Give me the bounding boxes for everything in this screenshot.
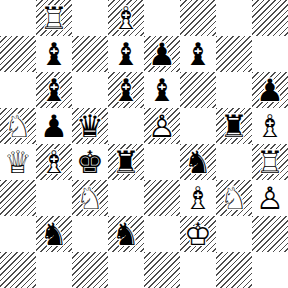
square-d8[interactable]: ♝♗ <box>108 0 144 36</box>
black-rook-icon: ♜♜ <box>108 144 144 180</box>
black-knight-icon: ♞♞ <box>180 144 216 180</box>
square-d1[interactable] <box>108 252 144 288</box>
square-a8[interactable] <box>0 0 36 36</box>
square-c1[interactable] <box>72 252 108 288</box>
white-bishop-icon: ♝♗ <box>252 108 288 144</box>
square-g2[interactable] <box>216 216 252 252</box>
black-bishop-icon: ♝♝ <box>36 72 72 108</box>
square-c4[interactable]: ♚♚ <box>72 144 108 180</box>
square-g8[interactable] <box>216 0 252 36</box>
square-b2[interactable]: ♞♞ <box>36 216 72 252</box>
black-pawn-icon: ♟♟ <box>36 108 72 144</box>
square-a2[interactable] <box>0 216 36 252</box>
square-g1[interactable] <box>216 252 252 288</box>
square-e7[interactable]: ♟♟ <box>144 36 180 72</box>
square-f3[interactable]: ♝♗ <box>180 180 216 216</box>
square-a1[interactable] <box>0 252 36 288</box>
square-b3[interactable] <box>36 180 72 216</box>
white-knight-icon: ♞♘ <box>216 180 252 216</box>
black-bishop-icon: ♝♝ <box>36 36 72 72</box>
square-c8[interactable] <box>72 0 108 36</box>
white-knight-icon: ♞♘ <box>0 108 36 144</box>
square-g3[interactable]: ♞♘ <box>216 180 252 216</box>
square-b4[interactable]: ♝♗ <box>36 144 72 180</box>
square-b1[interactable] <box>36 252 72 288</box>
square-b5[interactable]: ♟♟ <box>36 108 72 144</box>
black-bishop-icon: ♝♝ <box>144 72 180 108</box>
square-h3[interactable]: ♟♙ <box>252 180 288 216</box>
white-bishop-icon: ♝♗ <box>36 144 72 180</box>
square-b8[interactable]: ♜♖ <box>36 0 72 36</box>
black-pawn-icon: ♟♟ <box>144 36 180 72</box>
square-a7[interactable] <box>0 36 36 72</box>
black-bishop-icon: ♝♝ <box>108 72 144 108</box>
square-d2[interactable]: ♞♞ <box>108 216 144 252</box>
black-pawn-icon: ♟♟ <box>252 72 288 108</box>
black-bishop-icon: ♝♝ <box>180 36 216 72</box>
square-b7[interactable]: ♝♝ <box>36 36 72 72</box>
square-d4[interactable]: ♜♜ <box>108 144 144 180</box>
square-a3[interactable] <box>0 180 36 216</box>
black-rook-icon: ♜♜ <box>216 108 252 144</box>
square-e3[interactable] <box>144 180 180 216</box>
square-e5[interactable]: ♟♙ <box>144 108 180 144</box>
black-knight-icon: ♞♞ <box>36 216 72 252</box>
square-e1[interactable] <box>144 252 180 288</box>
square-f8[interactable] <box>180 0 216 36</box>
square-e2[interactable] <box>144 216 180 252</box>
square-a4[interactable]: ♛♕ <box>0 144 36 180</box>
white-bishop-icon: ♝♗ <box>108 0 144 36</box>
square-g7[interactable] <box>216 36 252 72</box>
white-bishop-icon: ♝♗ <box>180 180 216 216</box>
square-a5[interactable]: ♞♘ <box>0 108 36 144</box>
square-c7[interactable] <box>72 36 108 72</box>
black-knight-icon: ♞♞ <box>108 216 144 252</box>
square-g6[interactable] <box>216 72 252 108</box>
square-h4[interactable]: ♜♖ <box>252 144 288 180</box>
white-knight-icon: ♞♘ <box>72 180 108 216</box>
black-bishop-icon: ♝♝ <box>108 36 144 72</box>
square-b6[interactable]: ♝♝ <box>36 72 72 108</box>
square-c3[interactable]: ♞♘ <box>72 180 108 216</box>
square-c2[interactable] <box>72 216 108 252</box>
square-f2[interactable]: ♚♔ <box>180 216 216 252</box>
square-f6[interactable] <box>180 72 216 108</box>
square-h8[interactable] <box>252 0 288 36</box>
square-d3[interactable] <box>108 180 144 216</box>
black-queen-icon: ♛♛ <box>72 108 108 144</box>
white-pawn-icon: ♟♙ <box>144 108 180 144</box>
square-f4[interactable]: ♞♞ <box>180 144 216 180</box>
white-rook-icon: ♜♖ <box>252 144 288 180</box>
white-rook-icon: ♜♖ <box>36 0 72 36</box>
square-d5[interactable] <box>108 108 144 144</box>
square-h5[interactable]: ♝♗ <box>252 108 288 144</box>
white-queen-icon: ♛♕ <box>0 144 36 180</box>
square-a6[interactable] <box>0 72 36 108</box>
square-h1[interactable] <box>252 252 288 288</box>
square-g5[interactable]: ♜♜ <box>216 108 252 144</box>
square-h6[interactable]: ♟♟ <box>252 72 288 108</box>
white-pawn-icon: ♟♙ <box>252 180 288 216</box>
white-king-icon: ♚♔ <box>180 216 216 252</box>
square-e8[interactable] <box>144 0 180 36</box>
square-h7[interactable] <box>252 36 288 72</box>
square-c5[interactable]: ♛♛ <box>72 108 108 144</box>
square-c6[interactable] <box>72 72 108 108</box>
chess-board: ♜♖♝♗♝♝♝♝♟♟♝♝♝♝♝♝♝♝♟♟♞♘♟♟♛♛♟♙♜♜♝♗♛♕♝♗♚♚♜♜… <box>0 0 288 288</box>
square-f5[interactable] <box>180 108 216 144</box>
square-h2[interactable] <box>252 216 288 252</box>
square-d6[interactable]: ♝♝ <box>108 72 144 108</box>
square-f1[interactable] <box>180 252 216 288</box>
square-e6[interactable]: ♝♝ <box>144 72 180 108</box>
black-king-icon: ♚♚ <box>72 144 108 180</box>
square-g4[interactable] <box>216 144 252 180</box>
square-f7[interactable]: ♝♝ <box>180 36 216 72</box>
square-e4[interactable] <box>144 144 180 180</box>
square-d7[interactable]: ♝♝ <box>108 36 144 72</box>
